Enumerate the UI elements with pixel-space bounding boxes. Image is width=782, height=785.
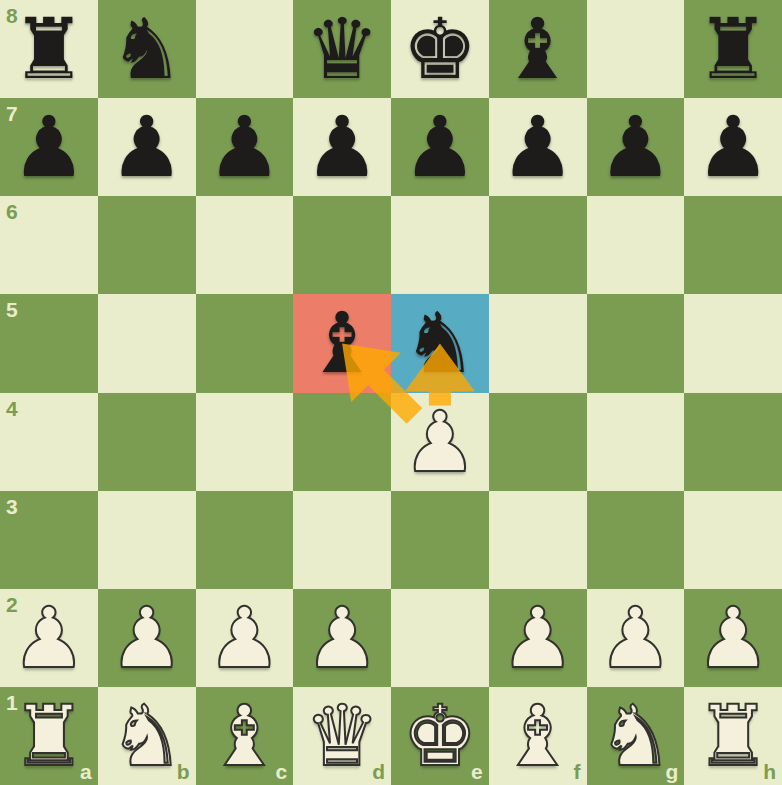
square-a1[interactable]: 1a♜ [0, 687, 98, 785]
square-f8[interactable]: ♝ [489, 0, 587, 98]
square-g2[interactable]: ♟ [587, 589, 685, 687]
square-h4[interactable] [684, 393, 782, 491]
rank-label-6: 6 [6, 201, 18, 222]
square-e1[interactable]: e♚ [391, 687, 489, 785]
file-label-d: d [372, 761, 385, 782]
square-h2[interactable]: ♟ [684, 589, 782, 687]
white-pawn-g2: ♟ [598, 589, 673, 687]
square-h3[interactable] [684, 491, 782, 589]
black-pawn-e7: ♟ [402, 98, 477, 196]
file-label-f: f [574, 761, 581, 782]
black-rook-h8: ♜ [695, 0, 770, 98]
black-king-e8: ♚ [402, 0, 477, 98]
rank-label-5: 5 [6, 299, 18, 320]
square-f4[interactable] [489, 393, 587, 491]
square-a5[interactable]: 5 [0, 294, 98, 392]
square-g6[interactable] [587, 196, 685, 294]
black-pawn-b7: ♟ [109, 98, 184, 196]
square-c7[interactable]: ♟ [196, 98, 294, 196]
rank-label-7: 7 [6, 103, 18, 124]
rank-label-4: 4 [6, 398, 18, 419]
square-g3[interactable] [587, 491, 685, 589]
square-b3[interactable] [98, 491, 196, 589]
square-b5[interactable] [98, 294, 196, 392]
white-knight-g1: ♞ [598, 687, 673, 785]
black-knight-e5: ♞ [402, 294, 477, 392]
black-pawn-h7: ♟ [695, 98, 770, 196]
square-d7[interactable]: ♟ [293, 98, 391, 196]
file-label-a: a [80, 761, 92, 782]
white-king-e1: ♚ [402, 687, 477, 785]
square-g8[interactable] [587, 0, 685, 98]
file-label-g: g [665, 761, 678, 782]
square-b4[interactable] [98, 393, 196, 491]
white-pawn-a2: ♟ [11, 589, 86, 687]
square-h8[interactable]: ♜ [684, 0, 782, 98]
rank-label-2: 2 [6, 594, 18, 615]
square-a4[interactable]: 4 [0, 393, 98, 491]
white-pawn-c2: ♟ [207, 589, 282, 687]
rank-label-1: 1 [6, 692, 18, 713]
square-e7[interactable]: ♟ [391, 98, 489, 196]
square-d3[interactable] [293, 491, 391, 589]
square-a2[interactable]: 2♟ [0, 589, 98, 687]
square-e8[interactable]: ♚ [391, 0, 489, 98]
square-h1[interactable]: h♜ [684, 687, 782, 785]
black-queen-d8: ♛ [304, 0, 379, 98]
square-h5[interactable] [684, 294, 782, 392]
square-d4[interactable] [293, 393, 391, 491]
square-f6[interactable] [489, 196, 587, 294]
chess-board: 8♜♞♛♚♝♜7♟♟♟♟♟♟♟♟65♝♞4♟32♟♟♟♟♟♟♟1a♜b♞c♝d♛… [0, 0, 782, 785]
black-bishop-f8: ♝ [500, 0, 575, 98]
black-pawn-g7: ♟ [598, 98, 673, 196]
square-f7[interactable]: ♟ [489, 98, 587, 196]
square-g7[interactable]: ♟ [587, 98, 685, 196]
black-rook-a8: ♜ [11, 0, 86, 98]
square-e5[interactable]: ♞ [391, 294, 489, 392]
white-pawn-h2: ♟ [695, 589, 770, 687]
black-pawn-d7: ♟ [304, 98, 379, 196]
black-bishop-d5: ♝ [304, 294, 379, 392]
square-g4[interactable] [587, 393, 685, 491]
file-label-b: b [177, 761, 190, 782]
square-e3[interactable] [391, 491, 489, 589]
chess-board-wrap: 8♜♞♛♚♝♜7♟♟♟♟♟♟♟♟65♝♞4♟32♟♟♟♟♟♟♟1a♜b♞c♝d♛… [0, 0, 782, 785]
square-h7[interactable]: ♟ [684, 98, 782, 196]
square-d6[interactable] [293, 196, 391, 294]
square-f3[interactable] [489, 491, 587, 589]
square-e6[interactable] [391, 196, 489, 294]
square-f2[interactable]: ♟ [489, 589, 587, 687]
square-f1[interactable]: f♝ [489, 687, 587, 785]
square-c6[interactable] [196, 196, 294, 294]
square-a7[interactable]: 7♟ [0, 98, 98, 196]
square-a3[interactable]: 3 [0, 491, 98, 589]
white-knight-b1: ♞ [109, 687, 184, 785]
square-e2[interactable] [391, 589, 489, 687]
square-a6[interactable]: 6 [0, 196, 98, 294]
square-d1[interactable]: d♛ [293, 687, 391, 785]
square-d5[interactable]: ♝ [293, 294, 391, 392]
square-c1[interactable]: c♝ [196, 687, 294, 785]
square-b7[interactable]: ♟ [98, 98, 196, 196]
white-pawn-e4: ♟ [402, 393, 477, 491]
white-rook-h1: ♜ [695, 687, 770, 785]
square-b2[interactable]: ♟ [98, 589, 196, 687]
black-pawn-f7: ♟ [500, 98, 575, 196]
square-b8[interactable]: ♞ [98, 0, 196, 98]
file-label-h: h [763, 761, 776, 782]
square-e4[interactable]: ♟ [391, 393, 489, 491]
white-pawn-f2: ♟ [500, 589, 575, 687]
square-d8[interactable]: ♛ [293, 0, 391, 98]
square-a8[interactable]: 8♜ [0, 0, 98, 98]
square-b6[interactable] [98, 196, 196, 294]
black-knight-b8: ♞ [109, 0, 184, 98]
square-c3[interactable] [196, 491, 294, 589]
rank-label-3: 3 [6, 496, 18, 517]
square-b1[interactable]: b♞ [98, 687, 196, 785]
white-bishop-f1: ♝ [500, 687, 575, 785]
square-c2[interactable]: ♟ [196, 589, 294, 687]
file-label-c: c [276, 761, 288, 782]
square-c4[interactable] [196, 393, 294, 491]
black-pawn-c7: ♟ [207, 98, 282, 196]
square-d2[interactable]: ♟ [293, 589, 391, 687]
white-queen-d1: ♛ [304, 687, 379, 785]
square-f5[interactable] [489, 294, 587, 392]
square-g5[interactable] [587, 294, 685, 392]
square-g1[interactable]: g♞ [587, 687, 685, 785]
white-bishop-c1: ♝ [207, 687, 282, 785]
black-pawn-a7: ♟ [11, 98, 86, 196]
white-pawn-b2: ♟ [109, 589, 184, 687]
square-h6[interactable] [684, 196, 782, 294]
white-pawn-d2: ♟ [304, 589, 379, 687]
rank-label-8: 8 [6, 5, 18, 26]
white-rook-a1: ♜ [11, 687, 86, 785]
square-c8[interactable] [196, 0, 294, 98]
file-label-e: e [471, 761, 483, 782]
square-c5[interactable] [196, 294, 294, 392]
